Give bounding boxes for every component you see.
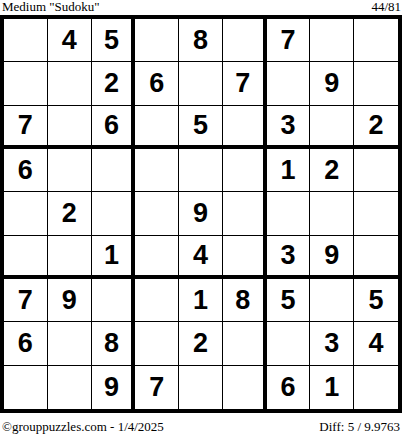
sudoku-cell-r9c4: 7: [135, 366, 179, 409]
sudoku-cell-r1c5: 8: [179, 19, 223, 62]
sudoku-cell-r3c1: 7: [4, 106, 48, 149]
sudoku-cell-r7c8[interactable]: [310, 279, 354, 322]
sudoku-cell-r5c9[interactable]: [354, 192, 398, 235]
sudoku-cell-r5c4[interactable]: [135, 192, 179, 235]
sudoku-cell-r8c2[interactable]: [48, 322, 92, 365]
sudoku-cell-r1c3: 5: [92, 19, 136, 62]
sudoku-cell-r6c1[interactable]: [4, 236, 48, 279]
sudoku-cell-r7c7: 5: [267, 279, 311, 322]
sudoku-cell-r3c7: 3: [267, 106, 311, 149]
sudoku-cell-r5c1[interactable]: [4, 192, 48, 235]
sudoku-cell-r1c9[interactable]: [354, 19, 398, 62]
sudoku-cell-r1c8[interactable]: [310, 19, 354, 62]
header: Medium "Sudoku" 44/81: [0, 0, 402, 15]
sudoku-cell-r7c6: 8: [223, 279, 267, 322]
sudoku-cell-r1c7: 7: [267, 19, 311, 62]
sudoku-cell-r6c5: 4: [179, 236, 223, 279]
sudoku-cell-r8c1: 6: [4, 322, 48, 365]
sudoku-cell-r4c6[interactable]: [223, 149, 267, 192]
sudoku-cell-r2c7[interactable]: [267, 62, 311, 105]
sudoku-cell-r1c6[interactable]: [223, 19, 267, 62]
sudoku-cell-r9c6[interactable]: [223, 366, 267, 409]
sudoku-cell-r5c8[interactable]: [310, 192, 354, 235]
sudoku-cell-r3c9: 2: [354, 106, 398, 149]
sudoku-cell-r2c5[interactable]: [179, 62, 223, 105]
sudoku-cell-r2c3: 2: [92, 62, 136, 105]
sudoku-cell-r4c4[interactable]: [135, 149, 179, 192]
sudoku-cell-r8c5: 2: [179, 322, 223, 365]
sudoku-cell-r6c7: 3: [267, 236, 311, 279]
sudoku-cell-r6c4[interactable]: [135, 236, 179, 279]
sudoku-cell-r8c6[interactable]: [223, 322, 267, 365]
sudoku-cell-r3c6[interactable]: [223, 106, 267, 149]
footer: ©grouppuzzles.com - 1/4/2025 Diff: 5 / 9…: [0, 419, 402, 434]
sudoku-cell-r5c6[interactable]: [223, 192, 267, 235]
sudoku-cell-r1c1[interactable]: [4, 19, 48, 62]
sudoku-cell-r5c2: 2: [48, 192, 92, 235]
sudoku-cell-r6c8: 9: [310, 236, 354, 279]
sudoku-cell-r1c2: 4: [48, 19, 92, 62]
sudoku-cell-r2c1[interactable]: [4, 62, 48, 105]
sudoku-cell-r6c3: 1: [92, 236, 136, 279]
sudoku-cell-r7c5: 1: [179, 279, 223, 322]
sudoku-cell-r4c9[interactable]: [354, 149, 398, 192]
sudoku-cell-r8c3: 8: [92, 322, 136, 365]
sudoku-cell-r7c1: 7: [4, 279, 48, 322]
cell-counter: 44/81: [371, 0, 401, 14]
sudoku-cell-r6c6[interactable]: [223, 236, 267, 279]
sudoku-cell-r7c2: 9: [48, 279, 92, 322]
sudoku-cell-r6c9[interactable]: [354, 236, 398, 279]
sudoku-cell-r2c9[interactable]: [354, 62, 398, 105]
copyright-text: ©grouppuzzles.com - 1/4/2025: [2, 419, 164, 434]
sudoku-cell-r5c3[interactable]: [92, 192, 136, 235]
sudoku-cell-r1c4[interactable]: [135, 19, 179, 62]
sudoku-board: 4587267976532612291439791855682349761: [0, 15, 402, 413]
sudoku-cell-r5c5: 9: [179, 192, 223, 235]
puzzle-title: Medium "Sudoku": [2, 0, 100, 14]
difficulty-text: Diff: 5 / 9.9763: [319, 419, 400, 434]
sudoku-cell-r4c3[interactable]: [92, 149, 136, 192]
sudoku-cell-r2c8: 9: [310, 62, 354, 105]
sudoku-cell-r4c2[interactable]: [48, 149, 92, 192]
sudoku-cell-r4c7: 1: [267, 149, 311, 192]
sudoku-cell-r4c8: 2: [310, 149, 354, 192]
sudoku-cell-r9c9: [354, 366, 398, 409]
sudoku-cell-r8c9: 4: [354, 322, 398, 365]
sudoku-cell-r3c5: 5: [179, 106, 223, 149]
sudoku-cell-r4c1: 6: [4, 149, 48, 192]
sudoku-cell-r2c2[interactable]: [48, 62, 92, 105]
sudoku-cell-r9c8: 1: [310, 366, 354, 409]
sudoku-cell-r3c4[interactable]: [135, 106, 179, 149]
sudoku-cell-r7c3[interactable]: [92, 279, 136, 322]
sudoku-cell-r9c3: 9: [92, 366, 136, 409]
sudoku-cell-r3c8[interactable]: [310, 106, 354, 149]
sudoku-cell-r7c9: 5: [354, 279, 398, 322]
sudoku-cell-r5c7[interactable]: [267, 192, 311, 235]
sudoku-cell-r9c1[interactable]: [4, 366, 48, 409]
sudoku-cell-r3c3: 6: [92, 106, 136, 149]
sudoku-cell-r9c2[interactable]: [48, 366, 92, 409]
sudoku-cell-r3c2[interactable]: [48, 106, 92, 149]
sudoku-cell-r6c2[interactable]: [48, 236, 92, 279]
sudoku-cell-r4c5[interactable]: [179, 149, 223, 192]
sudoku-cell-r8c8: 3: [310, 322, 354, 365]
sudoku-cell-r8c4[interactable]: [135, 322, 179, 365]
sudoku-cell-r8c7[interactable]: [267, 322, 311, 365]
sudoku-cell-r7c4[interactable]: [135, 279, 179, 322]
sudoku-cell-r9c7: 6: [267, 366, 311, 409]
sudoku-cell-r9c5[interactable]: [179, 366, 223, 409]
sudoku-cell-r2c4: 6: [135, 62, 179, 105]
sudoku-cell-r2c6: 7: [223, 62, 267, 105]
sudoku-page: Medium "Sudoku" 44/81 458726797653261229…: [0, 0, 402, 437]
